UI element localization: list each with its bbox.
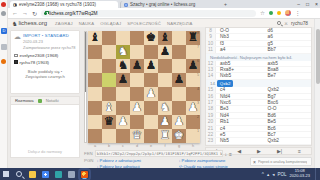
move-number: 10: [206, 41, 216, 46]
move-number: 23: [206, 138, 216, 143]
square-e3[interactable]: [144, 101, 158, 115]
piece-wQ-d1[interactable]: ♛: [130, 129, 144, 143]
black-move[interactable]: a6: [264, 34, 312, 39]
square-a7[interactable]: [88, 45, 102, 59]
piece-bQ-b2[interactable]: ♛: [102, 115, 116, 129]
file-coord-b: b: [102, 144, 116, 148]
window-maximize-button[interactable]: □: [306, 0, 309, 8]
square-f5[interactable]: [158, 73, 172, 87]
forward-icon[interactable]: →: [22, 10, 28, 16]
file-coord-g: g: [172, 144, 186, 148]
current-move-row: 14. Qxb2: [206, 80, 311, 88]
white-move[interactable]: Be3: [216, 106, 264, 111]
square-h2[interactable]: 2: [186, 115, 200, 129]
white-player-name: evelyne2308 (1968): [20, 53, 59, 58]
move-list: 8O-Od69Nb3a610f3g511a4Bb7Niedokładność. …: [205, 27, 312, 146]
move-number: 9: [206, 34, 216, 39]
piece-bN-c6[interactable]: ♞: [116, 59, 130, 73]
taskbar-search-icon[interactable]: [16, 171, 22, 177]
square-h5[interactable]: 5: [186, 73, 200, 87]
black-move[interactable]: Bg7: [264, 94, 312, 99]
challenge-swords-icon[interactable]: ⚔: [284, 21, 288, 26]
lichess-header: ♞ lichess.org ZAGRAJ NAUKA OGLĄDAJ SPOŁE…: [8, 19, 314, 27]
browser-tab-active[interactable]: ♞ evelyne2308 (1968) vs rychu78 (1903): [10, 1, 118, 8]
square-h6[interactable]: ♟6: [186, 59, 200, 73]
white-move[interactable]: e5: [216, 132, 264, 137]
move-number: 19: [206, 113, 216, 118]
system-tray: ^ ▴ ◂ POL 15:08 2020-03-23: [262, 168, 317, 180]
prev-move-button[interactable]: ◀: [237, 148, 241, 154]
square-b6[interactable]: [102, 59, 116, 73]
square-b5[interactable]: [102, 73, 116, 87]
red-app-icon[interactable]: [1, 2, 6, 7]
piece-wP-d3[interactable]: ♟: [130, 101, 144, 115]
white-move[interactable]: axb5: [216, 61, 264, 66]
window-minimize-button[interactable]: –: [297, 0, 300, 8]
pgn-link-icon: ↓: [179, 158, 181, 163]
black-move[interactable]: Qxb2: [264, 138, 312, 143]
game-result: Białe poddały się • Zwycięstwo czarnych: [14, 69, 76, 80]
back-icon[interactable]: ←: [12, 10, 18, 16]
piece-bB-a8[interactable]: ♝: [88, 31, 102, 45]
white-move[interactable]: Nfd4: [216, 94, 264, 99]
tab-title: evelyne2308 (1968) vs rychu78 (1903): [19, 2, 96, 7]
notice-text: Poproś o analizę komputerową: [258, 160, 307, 164]
black-move[interactable]: Bc7: [264, 132, 312, 137]
reload-icon[interactable]: ↻: [32, 10, 37, 17]
fen-menu-icon[interactable]: ≡: [229, 151, 232, 157]
square-d7[interactable]: [130, 45, 144, 59]
board: ♝♚♝♜8♞♟7♞♟♟♟6♟♟5♟4♝♟♞♟3♛♟♟♟2♛♜♚1: [88, 31, 200, 143]
square-f7[interactable]: ♟: [158, 45, 172, 59]
fen-value[interactable]: b3kb1r/2N2p2/2npp2p/2p3p1/4P3/1B1P1N1P/1…: [95, 150, 223, 157]
square-h1[interactable]: 1: [186, 129, 200, 143]
piece-bP-e6[interactable]: ♟: [144, 59, 158, 73]
square-g4[interactable]: [172, 87, 186, 101]
file-coord-a: a: [88, 144, 102, 148]
square-g8[interactable]: [172, 31, 186, 45]
rank-coord-5: 5: [197, 74, 199, 78]
white-color-icon: [14, 54, 18, 58]
browser-app-icon[interactable]: [42, 171, 49, 178]
lichess-favicon: ♞: [13, 3, 17, 7]
blue-app-icon[interactable]: D: [1, 28, 7, 34]
square-g5[interactable]: ♟: [172, 73, 186, 87]
nav-learn[interactable]: NAUKA: [79, 21, 94, 26]
nav-community[interactable]: SPOŁECZNOŚĆ: [127, 21, 161, 26]
white-move[interactable]: Rb1: [216, 119, 264, 124]
square-c1[interactable]: [116, 129, 130, 143]
download-icon[interactable]: ↓: [225, 151, 228, 157]
square-b8[interactable]: [102, 31, 116, 45]
white-move[interactable]: Rxa8+: [216, 67, 264, 72]
rank-coord-7: 7: [197, 46, 199, 50]
move-number: 15: [206, 87, 216, 92]
white-move[interactable]: f3: [216, 41, 264, 46]
language-indicator[interactable]: POL: [278, 172, 287, 177]
square-g3[interactable]: [172, 101, 186, 115]
imported-by: Zaimportowane przez rychu78: [23, 45, 75, 50]
move-number: 14: [206, 73, 216, 78]
rank-coord-2: 2: [197, 116, 199, 120]
square-a2[interactable]: [88, 115, 102, 129]
white-move[interactable]: Nb3: [216, 34, 264, 39]
move-number: 16: [206, 94, 216, 99]
piece-bP-d6[interactable]: ♟: [130, 59, 144, 73]
nav-tools[interactable]: NARZĘDZIA: [167, 21, 193, 26]
square-c7[interactable]: ♞: [116, 45, 130, 59]
page-scrollbar[interactable]: [314, 19, 320, 168]
square-c5[interactable]: ♟: [116, 73, 130, 87]
square-e7[interactable]: [144, 45, 158, 59]
square-d4[interactable]: [130, 87, 144, 101]
white-move[interactable]: O-O: [216, 28, 264, 33]
square-g7[interactable]: [172, 45, 186, 59]
piece-bP-h6[interactable]: ♟: [186, 59, 200, 73]
square-d5[interactable]: [130, 73, 144, 87]
gray-app-icon[interactable]: [1, 11, 6, 16]
white-move[interactable]: c4: [216, 126, 264, 131]
black-move[interactable]: Bc6: [264, 126, 312, 131]
black-move[interactable]: Be7: [264, 73, 312, 78]
square-f2[interactable]: ♟: [158, 115, 172, 129]
mail-app-icon[interactable]: [68, 171, 75, 178]
square-g6[interactable]: [172, 59, 186, 73]
move-number: 13: [206, 67, 216, 72]
analysis-menu-button[interactable]: ≡: [298, 148, 301, 154]
piece-bR-h8[interactable]: ♜: [186, 31, 200, 45]
browser-toolbar: ← → ↻ lichess.org/kT7wRq2M ☆ ⋮: [8, 8, 320, 19]
square-d3[interactable]: ♟: [130, 101, 144, 115]
piece-wN-f3[interactable]: ♞: [158, 101, 172, 115]
piece-bP-f7[interactable]: ♟: [158, 45, 172, 59]
square-a5[interactable]: [88, 73, 102, 87]
knight-logo-icon: ♞: [12, 20, 17, 27]
square-b4[interactable]: [102, 87, 116, 101]
search-icon[interactable]: [277, 21, 281, 25]
eval-gauge: [84, 31, 87, 143]
tab-notes[interactable]: Notatki: [42, 98, 63, 103]
file-coord-h: h: [186, 144, 200, 148]
browser-menu-icon[interactable]: ⋮: [295, 10, 301, 16]
nav-watch[interactable]: OGLĄDAJ: [100, 21, 121, 26]
piece-wB-b3[interactable]: ♝: [102, 101, 116, 115]
username[interactable]: rychu78: [291, 21, 308, 26]
square-e2[interactable]: [144, 115, 158, 129]
file-coord-f: f: [158, 144, 172, 148]
black-move[interactable]: axb5: [264, 61, 312, 66]
piece-bP-c5[interactable]: ♟: [116, 73, 130, 87]
square-a4[interactable]: [88, 87, 102, 101]
black-move[interactable]: O-O: [264, 106, 312, 111]
address-bar[interactable]: lichess.org/kT7wRq2M: [41, 10, 256, 17]
browser-tab-inactive[interactable]: Szachy • graj online • lichess.org: [120, 1, 220, 8]
black-move[interactable]: Bd6: [264, 113, 312, 118]
piece-wP-c2[interactable]: ♟: [116, 115, 130, 129]
game-date: 2020-03-23: [23, 39, 75, 44]
white-move[interactable]: Nxb5: [216, 73, 264, 78]
black-move[interactable]: d6: [264, 28, 312, 33]
bookmark-star-icon[interactable]: ☆: [260, 10, 265, 16]
square-f6[interactable]: [158, 59, 172, 73]
square-b3[interactable]: ♝: [102, 101, 116, 115]
network-icon[interactable]: ▴: [267, 172, 269, 177]
move-rows: 8O-Od69Nb3a610f3g511a4Bb7Niedokładność. …: [206, 28, 311, 145]
last-move-button[interactable]: ▶|: [277, 148, 282, 154]
black-move[interactable]: Be5: [264, 119, 312, 124]
square-f3[interactable]: ♞: [158, 101, 172, 115]
piece-wN-c7[interactable]: ♞: [116, 45, 130, 59]
rank-coord-1: 1: [197, 130, 199, 134]
move-number: 11: [206, 47, 216, 52]
move-number: 8: [206, 28, 216, 33]
active-browser-icon[interactable]: [81, 171, 88, 178]
white-move[interactable]: c4: [216, 87, 264, 92]
tray-expand-icon[interactable]: ^: [262, 172, 264, 177]
black-move[interactable]: Bxa8: [264, 67, 312, 72]
move-number: 18: [206, 106, 216, 111]
chat-tabbar: Rozmowa Notatki: [10, 96, 80, 105]
black-move[interactable]: Bxc6: [264, 100, 312, 105]
side-app-strip: D: [0, 0, 8, 168]
square-d6[interactable]: ♟: [130, 59, 144, 73]
square-f8[interactable]: ♝: [158, 31, 172, 45]
square-h3[interactable]: ♟3: [186, 101, 200, 115]
piece-bK-e8[interactable]: ♚: [144, 31, 158, 45]
piece-bP-g5[interactable]: ♟: [172, 73, 186, 87]
square-a6[interactable]: [88, 59, 102, 73]
start-button[interactable]: [0, 168, 12, 180]
windows-taskbar: ^ ▴ ◂ POL 15:08 2020-03-23: [0, 168, 320, 180]
white-move[interactable]: Nxc6: [216, 100, 264, 105]
square-a1[interactable]: [88, 129, 102, 143]
scrollbar-thumb[interactable]: [316, 29, 320, 84]
game-info-panel: ☁ IMPORT • STANDARD 2020-03-23 Zaimporto…: [10, 30, 80, 94]
square-b1[interactable]: [102, 129, 116, 143]
white-move[interactable]: Nd4: [216, 113, 264, 118]
black-player-name: rychu78 (1903): [20, 60, 50, 65]
store-app-icon[interactable]: [55, 171, 62, 178]
piece-wP-g2[interactable]: ♟: [172, 115, 186, 129]
new-tab-button[interactable]: +: [224, 1, 227, 7]
comment-row: Niedokładność. Najlepszym ruchem było b4…: [206, 54, 311, 61]
square-g1[interactable]: ♚: [172, 129, 186, 143]
tab2-title: Szachy • graj online • lichess.org: [130, 2, 195, 7]
current-move-number: 14.: [210, 81, 217, 86]
main-nav: ZAGRAJ NAUKA OGLĄDAJ SPOŁECZNOŚĆ NARZĘDZ…: [55, 21, 193, 26]
move-number: 17: [206, 100, 216, 105]
nav-play[interactable]: ZAGRAJ: [55, 21, 73, 26]
chat-footer-text: Dołącz do rozmowy: [11, 149, 79, 154]
fen-bar: FEN b3kb1r/2N2p2/2npp2p/2p3p1/4P3/1B1P1N…: [84, 150, 232, 157]
date-text: 2020-03-23: [290, 174, 310, 179]
square-e6[interactable]: ♟: [144, 59, 158, 73]
move-row: 23Nb5Qxb2: [206, 138, 311, 144]
windows-logo-icon: [3, 171, 9, 177]
show-desktop-button[interactable]: [315, 168, 317, 180]
orange-app-icon[interactable]: [1, 59, 6, 64]
square-h4[interactable]: 4: [186, 87, 200, 101]
import-cloud-icon: ☁: [14, 33, 21, 40]
profile-avatar[interactable]: [285, 10, 291, 16]
white-player-row[interactable]: evelyne2308 (1968): [14, 53, 76, 58]
move-number: 20: [206, 119, 216, 124]
piece-wP-e4[interactable]: ♟: [144, 87, 158, 101]
fen-label: FEN: [84, 151, 93, 156]
taskbar-clock[interactable]: 15:08 2020-03-23: [290, 169, 310, 178]
screen: D ♞ evelyne2308 (1968) vs rychu78 (1903)…: [0, 0, 320, 180]
square-f1[interactable]: ♜: [158, 129, 172, 143]
piece-wP-f2[interactable]: ♟: [158, 115, 172, 129]
file-coords: abcdefgh: [88, 144, 200, 148]
chat-panel[interactable]: Dołącz do rozmowy: [10, 105, 80, 158]
square-b2[interactable]: ♛: [102, 115, 116, 129]
move-number: 22: [206, 132, 216, 137]
file-coord-e: e: [144, 144, 158, 148]
square-d8[interactable]: [130, 31, 144, 45]
black-move[interactable]: g5: [264, 41, 312, 46]
black-player-row[interactable]: rychu78 (1903): [14, 60, 76, 65]
pgn-link-icon: ↓: [97, 158, 99, 163]
square-c2[interactable]: ♟: [116, 115, 130, 129]
square-e4[interactable]: ♟: [144, 87, 158, 101]
piece-bB-f8[interactable]: ♝: [158, 31, 172, 45]
gray-app-icon-2[interactable]: [1, 44, 7, 50]
import-type[interactable]: IMPORT • STANDARD: [23, 33, 75, 38]
square-b7[interactable]: [102, 45, 116, 59]
extension-icon-yellow[interactable]: [277, 11, 281, 15]
square-c6[interactable]: ♞: [116, 59, 130, 73]
current-move[interactable]: Qxb2: [217, 80, 233, 88]
move-number: 21: [206, 126, 216, 131]
analysis-notice[interactable]: × Poproś o analizę komputerową: [250, 157, 312, 166]
piece-wR-f1[interactable]: ♜: [158, 129, 172, 143]
square-h7[interactable]: 7: [186, 45, 200, 59]
tab-chat[interactable]: Rozmowa: [11, 98, 38, 103]
black-move[interactable]: Bb7: [264, 47, 312, 52]
file-explorer-icon[interactable]: [29, 171, 36, 178]
rank-coord-4: 4: [197, 88, 199, 92]
move-number: 12: [206, 61, 216, 66]
square-d1[interactable]: ♛: [130, 129, 144, 143]
square-e5[interactable]: [144, 73, 158, 87]
extension-icon-green[interactable]: [269, 11, 273, 15]
window-close-button[interactable]: ×: [315, 0, 318, 8]
black-color-icon: [14, 60, 18, 64]
next-move-button[interactable]: ▶: [257, 148, 261, 154]
square-c3[interactable]: [116, 101, 130, 115]
browser-tabstrip: ♞ evelyne2308 (1968) vs rychu78 (1903) S…: [8, 0, 320, 8]
square-a8[interactable]: ♝: [88, 31, 102, 45]
square-g2[interactable]: ♟: [172, 115, 186, 129]
square-c8[interactable]: [116, 31, 130, 45]
white-move[interactable]: Nb5: [216, 138, 264, 143]
square-e8[interactable]: ♚: [144, 31, 158, 45]
piece-wP-h3[interactable]: ♟: [186, 101, 200, 115]
tab2-favicon: [124, 3, 128, 7]
square-f4[interactable]: [158, 87, 172, 101]
file-coord-d: d: [130, 144, 144, 148]
black-move[interactable]: Qxb2: [264, 87, 312, 92]
volume-icon[interactable]: ◂: [272, 172, 274, 177]
square-c4[interactable]: [116, 87, 130, 101]
lichess-logo[interactable]: ♞ lichess.org: [12, 20, 47, 27]
square-d2[interactable]: [130, 115, 144, 129]
square-h8[interactable]: ♜8: [186, 31, 200, 45]
url-text: lichess.org/kT7wRq2M: [49, 11, 98, 16]
padlock-icon: [44, 12, 47, 15]
square-e1[interactable]: [144, 129, 158, 143]
square-a3[interactable]: [88, 101, 102, 115]
file-coord-c: c: [116, 144, 130, 148]
white-move[interactable]: a4: [216, 47, 264, 52]
piece-wK-g1[interactable]: ♚: [172, 129, 186, 143]
